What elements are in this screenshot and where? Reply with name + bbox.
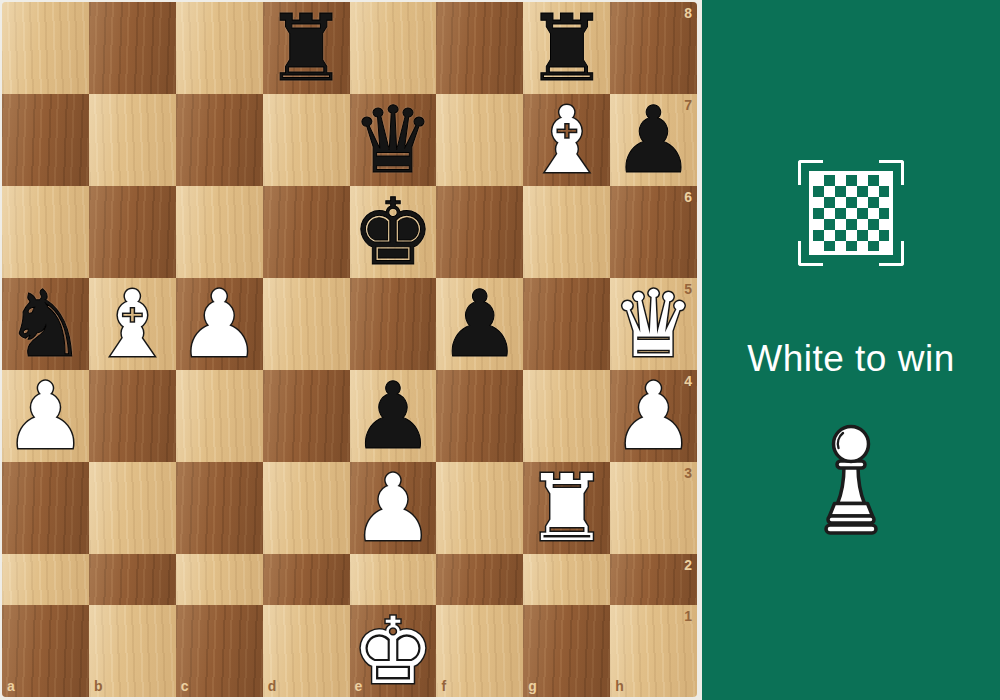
white-pawn[interactable]: ♟ <box>178 279 260 371</box>
square-g3[interactable]: ♜ <box>523 462 610 554</box>
square-h2[interactable]: 2 <box>610 554 697 605</box>
rank-label-8: 8 <box>684 6 692 20</box>
file-label-g: g <box>528 679 537 693</box>
square-e4[interactable]: ♟ <box>350 370 437 462</box>
black-queen[interactable]: ♛ <box>352 95 434 187</box>
file-label-b: b <box>94 679 103 693</box>
white-pawn[interactable]: ♟ <box>4 371 86 463</box>
square-b3[interactable] <box>89 462 176 554</box>
square-a8[interactable] <box>2 2 89 94</box>
white-bishop[interactable]: ♝ <box>91 279 173 371</box>
square-h3[interactable]: 3 <box>610 462 697 554</box>
square-e6[interactable]: ♚ <box>350 186 437 278</box>
square-g7[interactable]: ♝ <box>523 94 610 186</box>
black-pawn[interactable]: ♟ <box>439 279 521 371</box>
chess-board[interactable]: ♜♜8♛♝♟7♚6♞♝♟♟♛5♟♟♟4♟♜32abcd♚efg1h <box>2 2 697 697</box>
square-e5[interactable] <box>350 278 437 370</box>
puzzle-caption: White to win <box>747 338 955 380</box>
white-pawn[interactable]: ♟ <box>352 463 434 555</box>
checkerboard-icon <box>809 171 893 255</box>
black-rook[interactable]: ♜ <box>525 3 607 95</box>
square-g1[interactable]: g <box>523 605 610 697</box>
square-g8[interactable]: ♜ <box>523 2 610 94</box>
rank-label-5: 5 <box>684 282 692 296</box>
square-d5[interactable] <box>263 278 350 370</box>
square-b1[interactable]: b <box>89 605 176 697</box>
rank-label-4: 4 <box>684 374 692 388</box>
rank-label-6: 6 <box>684 190 692 204</box>
square-c4[interactable] <box>176 370 263 462</box>
square-b6[interactable] <box>89 186 176 278</box>
file-label-f: f <box>441 679 446 693</box>
square-c2[interactable] <box>176 554 263 605</box>
square-f5[interactable]: ♟ <box>436 278 523 370</box>
square-h6[interactable]: 6 <box>610 186 697 278</box>
square-f2[interactable] <box>436 554 523 605</box>
square-a3[interactable] <box>2 462 89 554</box>
square-h1[interactable]: 1h <box>610 605 697 697</box>
puzzle-panel: White to win <box>702 0 1000 700</box>
file-label-e: e <box>355 679 363 693</box>
square-a5[interactable]: ♞ <box>2 278 89 370</box>
white-pawn-icon <box>818 420 884 538</box>
square-a4[interactable]: ♟ <box>2 370 89 462</box>
white-pawn[interactable]: ♟ <box>612 371 694 463</box>
square-d8[interactable]: ♜ <box>263 2 350 94</box>
rank-label-3: 3 <box>684 466 692 480</box>
square-c5[interactable]: ♟ <box>176 278 263 370</box>
white-rook[interactable]: ♜ <box>525 463 607 555</box>
black-rook[interactable]: ♜ <box>265 3 347 95</box>
file-label-h: h <box>615 679 624 693</box>
square-e7[interactable]: ♛ <box>350 94 437 186</box>
rank-label-1: 1 <box>684 609 692 623</box>
square-c6[interactable] <box>176 186 263 278</box>
square-g6[interactable] <box>523 186 610 278</box>
file-label-d: d <box>268 679 277 693</box>
square-c8[interactable] <box>176 2 263 94</box>
board-area: ♜♜8♛♝♟7♚6♞♝♟♟♛5♟♟♟4♟♜32abcd♚efg1h <box>0 0 702 700</box>
square-h8[interactable]: 8 <box>610 2 697 94</box>
square-d3[interactable] <box>263 462 350 554</box>
square-a2[interactable] <box>2 554 89 605</box>
square-f3[interactable] <box>436 462 523 554</box>
black-pawn[interactable]: ♟ <box>612 95 694 187</box>
square-f6[interactable] <box>436 186 523 278</box>
square-e8[interactable] <box>350 2 437 94</box>
square-c3[interactable] <box>176 462 263 554</box>
square-h4[interactable]: ♟4 <box>610 370 697 462</box>
square-a6[interactable] <box>2 186 89 278</box>
square-b7[interactable] <box>89 94 176 186</box>
black-knight[interactable]: ♞ <box>4 279 86 371</box>
square-h5[interactable]: ♛5 <box>610 278 697 370</box>
square-f4[interactable] <box>436 370 523 462</box>
white-queen[interactable]: ♛ <box>612 279 694 371</box>
square-f8[interactable] <box>436 2 523 94</box>
square-f1[interactable]: f <box>436 605 523 697</box>
file-label-c: c <box>181 679 189 693</box>
chess-puzzle-app: ♜♜8♛♝♟7♚6♞♝♟♟♛5♟♟♟4♟♜32abcd♚efg1h White … <box>0 0 1000 700</box>
square-g2[interactable] <box>523 554 610 605</box>
rank-label-7: 7 <box>684 98 692 112</box>
square-g4[interactable] <box>523 370 610 462</box>
square-d6[interactable] <box>263 186 350 278</box>
square-d1[interactable]: d <box>263 605 350 697</box>
white-king[interactable]: ♚ <box>352 606 434 697</box>
square-e3[interactable]: ♟ <box>350 462 437 554</box>
square-c1[interactable]: c <box>176 605 263 697</box>
square-f7[interactable] <box>436 94 523 186</box>
square-b2[interactable] <box>89 554 176 605</box>
square-b8[interactable] <box>89 2 176 94</box>
square-e1[interactable]: ♚e <box>350 605 437 697</box>
black-pawn[interactable]: ♟ <box>352 371 434 463</box>
square-c7[interactable] <box>176 94 263 186</box>
square-d7[interactable] <box>263 94 350 186</box>
square-d4[interactable] <box>263 370 350 462</box>
file-label-a: a <box>7 679 15 693</box>
square-b4[interactable] <box>89 370 176 462</box>
board-scan-icon <box>798 160 904 266</box>
square-d2[interactable] <box>263 554 350 605</box>
black-king[interactable]: ♚ <box>352 187 434 279</box>
square-a7[interactable] <box>2 94 89 186</box>
square-h7[interactable]: ♟7 <box>610 94 697 186</box>
rank-label-2: 2 <box>684 558 692 572</box>
square-g5[interactable] <box>523 278 610 370</box>
white-bishop[interactable]: ♝ <box>525 95 607 187</box>
square-b5[interactable]: ♝ <box>89 278 176 370</box>
square-a1[interactable]: a <box>2 605 89 697</box>
